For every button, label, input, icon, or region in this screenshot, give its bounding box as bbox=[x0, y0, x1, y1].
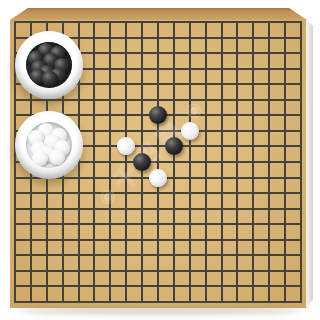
black-stone[interactable] bbox=[133, 153, 151, 171]
grid-line-vertical bbox=[189, 21, 191, 303]
grid-line-vertical bbox=[236, 21, 238, 303]
bowl-stone-black bbox=[42, 71, 58, 87]
grid-line-horizontal bbox=[14, 192, 302, 194]
white-stone[interactable] bbox=[181, 122, 199, 140]
bowl-stone-white bbox=[49, 149, 65, 165]
grid-line-vertical bbox=[252, 21, 254, 303]
grid-line-horizontal bbox=[14, 223, 302, 225]
grid-line-horizontal bbox=[14, 301, 302, 303]
grid-line-horizontal bbox=[14, 285, 302, 287]
grid-line-vertical bbox=[221, 21, 223, 303]
grid-line-vertical bbox=[284, 21, 286, 303]
grid-line-horizontal bbox=[14, 208, 302, 210]
grid-line-vertical bbox=[300, 21, 302, 303]
grid-line-horizontal bbox=[14, 254, 302, 256]
board-shadow bbox=[18, 307, 302, 314]
black-stones-bowl[interactable] bbox=[15, 31, 83, 99]
bowl-cavity bbox=[26, 122, 72, 168]
grid-line-vertical bbox=[268, 21, 270, 303]
white-stones-bowl[interactable] bbox=[15, 111, 83, 179]
grid-line-vertical bbox=[205, 21, 207, 303]
grid-line-horizontal bbox=[14, 239, 302, 241]
go-board-illustration: ◉ 千图网 ◉ bbox=[0, 0, 320, 320]
board-right-edge bbox=[306, 20, 313, 308]
grid-line-vertical bbox=[173, 21, 175, 303]
grid-line-horizontal bbox=[14, 270, 302, 272]
white-stone[interactable] bbox=[149, 169, 167, 187]
bowl-cavity bbox=[26, 42, 72, 88]
board-top-edge bbox=[10, 8, 307, 20]
